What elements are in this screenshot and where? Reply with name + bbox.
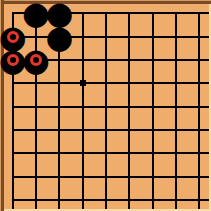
intersection-G15 bbox=[141, 95, 164, 118]
intersection-H12 bbox=[164, 165, 187, 188]
intersection-C15 bbox=[48, 95, 71, 118]
intersection-H11 bbox=[164, 188, 187, 211]
intersection-J16 bbox=[188, 72, 211, 95]
intersection-D17 bbox=[71, 48, 94, 71]
intersection-A11 bbox=[1, 188, 24, 211]
intersection-J17 bbox=[188, 48, 211, 71]
intersection-B17: ● bbox=[24, 48, 47, 71]
intersection-F16 bbox=[118, 72, 141, 95]
intersection-J12 bbox=[188, 165, 211, 188]
intersection-E16 bbox=[94, 72, 117, 95]
intersection-G12 bbox=[141, 165, 164, 188]
intersection-G19 bbox=[141, 2, 164, 25]
intersection-H13 bbox=[164, 142, 187, 165]
intersection-G11 bbox=[141, 188, 164, 211]
intersection-A14 bbox=[1, 118, 24, 141]
intersection-E15 bbox=[94, 95, 117, 118]
intersection-E19 bbox=[94, 2, 117, 25]
intersection-C16 bbox=[48, 72, 71, 95]
intersection-J13 bbox=[188, 142, 211, 165]
intersection-F13 bbox=[118, 142, 141, 165]
intersection-E11 bbox=[94, 188, 117, 211]
intersection-H14 bbox=[164, 118, 187, 141]
intersection-B15 bbox=[24, 95, 47, 118]
intersection-F19 bbox=[118, 2, 141, 25]
intersection-C18: ● bbox=[48, 25, 71, 48]
intersection-J14 bbox=[188, 118, 211, 141]
intersection-C12 bbox=[48, 165, 71, 188]
intersection-D19 bbox=[71, 2, 94, 25]
intersection-G18 bbox=[141, 25, 164, 48]
intersection-D12 bbox=[71, 165, 94, 188]
intersection-C13 bbox=[48, 142, 71, 165]
intersection-E13 bbox=[94, 142, 117, 165]
circle-marker bbox=[7, 54, 19, 66]
intersection-E14 bbox=[94, 118, 117, 141]
go-board-diagram: ●●●●●● bbox=[0, 0, 211, 211]
intersection-D14 bbox=[71, 118, 94, 141]
intersection-C17 bbox=[48, 48, 71, 71]
intersection-G16 bbox=[141, 72, 164, 95]
intersection-A16 bbox=[1, 72, 24, 95]
intersection-A13 bbox=[1, 142, 24, 165]
intersection-D15 bbox=[71, 95, 94, 118]
intersection-H17 bbox=[164, 48, 187, 71]
intersection-J11 bbox=[188, 188, 211, 211]
intersection-A17: ● bbox=[1, 48, 24, 71]
intersection-G13 bbox=[141, 142, 164, 165]
intersection-E12 bbox=[94, 165, 117, 188]
intersection-F17 bbox=[118, 48, 141, 71]
board-grid: ●●●●●● bbox=[1, 2, 211, 211]
intersection-J18 bbox=[188, 25, 211, 48]
intersection-B11 bbox=[24, 188, 47, 211]
intersection-H16 bbox=[164, 72, 187, 95]
intersection-B13 bbox=[24, 142, 47, 165]
intersection-H18 bbox=[164, 25, 187, 48]
intersection-A15 bbox=[1, 95, 24, 118]
intersection-C14 bbox=[48, 118, 71, 141]
intersection-H19 bbox=[164, 2, 187, 25]
intersection-G14 bbox=[141, 118, 164, 141]
intersection-J15 bbox=[188, 95, 211, 118]
intersection-E18 bbox=[94, 25, 117, 48]
intersection-A12 bbox=[1, 165, 24, 188]
intersection-G17 bbox=[141, 48, 164, 71]
star-point bbox=[80, 80, 86, 86]
intersection-F11 bbox=[118, 188, 141, 211]
intersection-H15 bbox=[164, 95, 187, 118]
intersection-D16 bbox=[71, 72, 94, 95]
intersection-D13 bbox=[71, 142, 94, 165]
intersection-J19 bbox=[188, 2, 211, 25]
intersection-E17 bbox=[94, 48, 117, 71]
intersection-C11 bbox=[48, 188, 71, 211]
intersection-F12 bbox=[118, 165, 141, 188]
circle-marker bbox=[30, 54, 42, 66]
intersection-F18 bbox=[118, 25, 141, 48]
intersection-B12 bbox=[24, 165, 47, 188]
intersection-D11 bbox=[71, 188, 94, 211]
intersection-F14 bbox=[118, 118, 141, 141]
intersection-B19: ● bbox=[24, 2, 47, 25]
intersection-B16 bbox=[24, 72, 47, 95]
intersection-F15 bbox=[118, 95, 141, 118]
intersection-D18 bbox=[71, 25, 94, 48]
intersection-B14 bbox=[24, 118, 47, 141]
